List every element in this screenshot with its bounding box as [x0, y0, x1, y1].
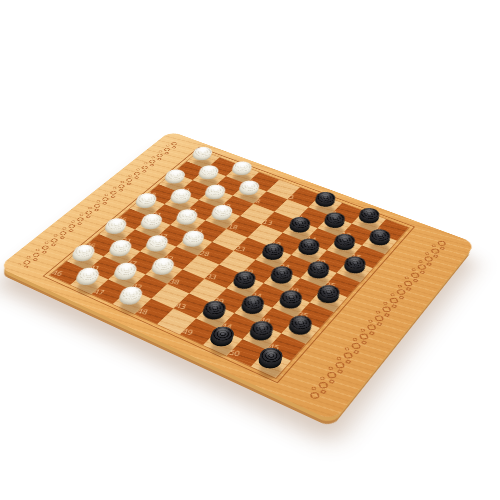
- white-piece[interactable]: [112, 260, 141, 278]
- square-number: 23: [234, 246, 246, 253]
- square-number: 46: [51, 270, 64, 277]
- square-number: 47: [92, 289, 105, 297]
- white-piece[interactable]: [74, 265, 103, 283]
- black-piece[interactable]: [313, 190, 339, 206]
- checkers-board: 1234567891011121314151617181920212223242…: [0, 131, 476, 422]
- white-piece[interactable]: [190, 145, 215, 159]
- white-piece[interactable]: [103, 216, 131, 233]
- light-square[interactable]: [70, 270, 108, 294]
- square-number: 33: [205, 274, 217, 281]
- square-number: 49: [181, 328, 194, 336]
- square-number: 48: [136, 308, 149, 316]
- square-number: 13: [262, 220, 273, 227]
- black-piece[interactable]: [268, 264, 296, 282]
- square-number: 50: [228, 349, 241, 358]
- black-piece[interactable]: [356, 206, 382, 222]
- product-photo-canvas: 1234567891011121314151617181920212223242…: [0, 0, 500, 500]
- white-piece[interactable]: [230, 159, 255, 174]
